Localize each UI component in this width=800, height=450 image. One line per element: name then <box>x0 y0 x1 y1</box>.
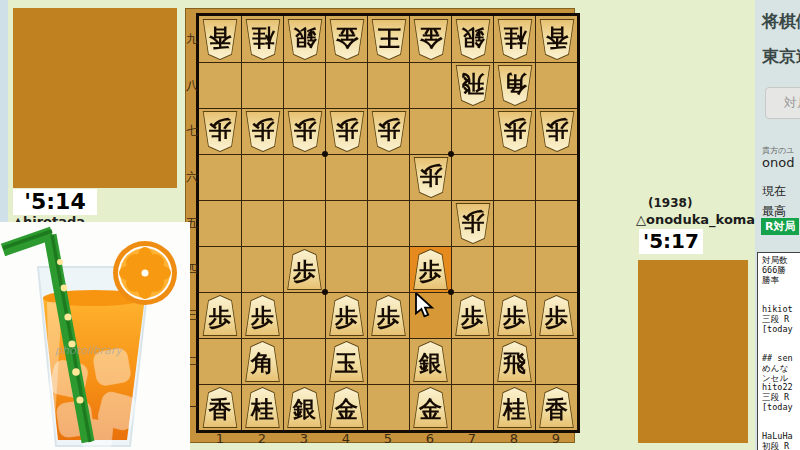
koma-玉-gote: 玉 <box>329 341 365 382</box>
square-3三[interactable] <box>283 292 325 338</box>
square-4四[interactable] <box>325 246 367 292</box>
star-point <box>448 151 454 157</box>
shogi-club-24-screen: '5:14 ▲hirotada 香桂銀金王金銀桂香飛角歩歩歩歩歩歩歩歩歩歩歩歩歩… <box>0 0 800 450</box>
koma-銀-sente: 銀 <box>455 19 491 60</box>
rated-game-badge: R対局 <box>761 218 799 235</box>
square-1七[interactable]: 歩 <box>199 108 241 154</box>
square-1一[interactable]: 香 <box>199 384 241 430</box>
orange-juice-image: photolibrary <box>0 222 190 450</box>
square-6四[interactable]: 歩 <box>409 246 451 292</box>
square-5四[interactable] <box>367 246 409 292</box>
square-5七[interactable]: 歩 <box>367 108 409 154</box>
square-7四[interactable] <box>451 246 493 292</box>
square-8六[interactable] <box>493 154 535 200</box>
koma-歩-sente: 歩 <box>371 111 407 152</box>
square-7三[interactable]: 歩 <box>451 292 493 338</box>
koma-角-sente: 角 <box>497 65 533 106</box>
square-9五[interactable] <box>535 200 577 246</box>
koma-桂-sente: 桂 <box>497 19 533 60</box>
square-7二[interactable] <box>451 338 493 384</box>
square-8七[interactable]: 歩 <box>493 108 535 154</box>
koma-歩-sente: 歩 <box>329 111 365 152</box>
square-9九[interactable]: 香 <box>535 16 577 62</box>
koma-歩-gote: 歩 <box>497 295 533 336</box>
koma-歩-sente: 歩 <box>413 157 449 198</box>
square-1二[interactable] <box>199 338 241 384</box>
square-5六[interactable] <box>367 154 409 200</box>
file-label-3: 3 <box>283 432 325 446</box>
square-5九[interactable]: 王 <box>367 16 409 62</box>
square-4九[interactable]: 金 <box>325 16 367 62</box>
file-label-1: 1 <box>199 432 241 446</box>
site-title-line2: 東京道 <box>762 45 800 68</box>
square-2一[interactable]: 桂 <box>241 384 283 430</box>
koma-飛-sente: 飛 <box>455 65 491 106</box>
square-2七[interactable]: 歩 <box>241 108 283 154</box>
gote-captured-pieces-tray <box>638 260 748 443</box>
koma-金-gote: 金 <box>413 387 449 428</box>
square-2四[interactable] <box>241 246 283 292</box>
square-6五[interactable] <box>409 200 451 246</box>
square-4三[interactable]: 歩 <box>325 292 367 338</box>
watermark: photolibrary <box>55 344 124 357</box>
koma-金-gote: 金 <box>329 387 365 428</box>
star-point <box>322 289 328 295</box>
koma-香-sente: 香 <box>539 19 575 60</box>
square-5八[interactable] <box>367 62 409 108</box>
koma-角-gote: 角 <box>245 341 281 382</box>
square-4八[interactable] <box>325 62 367 108</box>
square-2三[interactable]: 歩 <box>241 292 283 338</box>
gote-rating: (1938) <box>648 196 692 210</box>
file-label-7: 7 <box>451 432 493 446</box>
square-9七[interactable]: 歩 <box>535 108 577 154</box>
koma-歩-gote: 歩 <box>413 249 449 290</box>
square-2八[interactable] <box>241 62 283 108</box>
koma-歩-gote: 歩 <box>287 249 323 290</box>
square-3五[interactable] <box>283 200 325 246</box>
square-1四[interactable] <box>199 246 241 292</box>
koma-桂-gote: 桂 <box>245 387 281 428</box>
koma-王-sente: 王 <box>371 19 407 60</box>
square-6八[interactable] <box>409 62 451 108</box>
sente-captured-pieces-tray <box>13 8 177 188</box>
square-6七[interactable] <box>409 108 451 154</box>
square-8五[interactable] <box>493 200 535 246</box>
square-8八[interactable]: 角 <box>493 62 535 108</box>
star-point <box>322 151 328 157</box>
koma-金-sente: 金 <box>413 19 449 60</box>
square-1九[interactable]: 香 <box>199 16 241 62</box>
koma-歩-gote: 歩 <box>539 295 575 336</box>
square-2五[interactable] <box>241 200 283 246</box>
square-7五[interactable]: 歩 <box>451 200 493 246</box>
square-3七[interactable]: 歩 <box>283 108 325 154</box>
square-8一[interactable]: 桂 <box>493 384 535 430</box>
koma-歩-gote: 歩 <box>371 295 407 336</box>
koma-歩-gote: 歩 <box>245 295 281 336</box>
rank-label-八: 八 <box>186 62 198 108</box>
koma-歩-sente: 歩 <box>455 203 491 244</box>
koma-香-gote: 香 <box>202 387 238 428</box>
square-3九[interactable]: 銀 <box>283 16 325 62</box>
koma-歩-gote: 歩 <box>202 295 238 336</box>
board-grid: 香桂銀金王金銀桂香飛角歩歩歩歩歩歩歩歩歩歩歩歩歩歩歩歩歩歩角玉銀飛香桂銀金金桂香 <box>196 13 580 433</box>
square-5一[interactable] <box>367 384 409 430</box>
koma-歩-gote: 歩 <box>329 295 365 336</box>
square-6六[interactable]: 歩 <box>409 154 451 200</box>
file-label-2: 2 <box>241 432 283 446</box>
koma-桂-sente: 桂 <box>245 19 281 60</box>
sente-clock: '5:14 <box>13 189 97 215</box>
square-7八[interactable]: 飛 <box>451 62 493 108</box>
square-7六[interactable] <box>451 154 493 200</box>
rank-label-九: 九 <box>186 16 198 62</box>
square-3四[interactable]: 歩 <box>283 246 325 292</box>
square-3二[interactable] <box>283 338 325 384</box>
square-4一[interactable]: 金 <box>325 384 367 430</box>
square-7九[interactable]: 銀 <box>451 16 493 62</box>
koma-歩-gote: 歩 <box>455 295 491 336</box>
star-point <box>448 289 454 295</box>
rank-label-六: 六 <box>186 154 198 200</box>
mouse-cursor-icon <box>414 293 436 319</box>
koma-香-gote: 香 <box>539 387 575 428</box>
file-label-9: 9 <box>535 432 577 446</box>
square-5三[interactable]: 歩 <box>367 292 409 338</box>
square-8四[interactable] <box>493 246 535 292</box>
square-3八[interactable] <box>283 62 325 108</box>
square-3一[interactable]: 銀 <box>283 384 325 430</box>
koma-飛-gote: 飛 <box>497 341 533 382</box>
square-9一[interactable]: 香 <box>535 384 577 430</box>
square-5五[interactable] <box>367 200 409 246</box>
koma-歩-sente: 歩 <box>245 111 281 152</box>
square-1六[interactable] <box>199 154 241 200</box>
square-4二[interactable]: 玉 <box>325 338 367 384</box>
gote-clock: '5:17 <box>639 229 703 254</box>
koma-金-sente: 金 <box>329 19 365 60</box>
play-button[interactable]: 対局 <box>765 87 800 119</box>
koma-香-sente: 香 <box>202 19 238 60</box>
square-9八[interactable] <box>535 62 577 108</box>
square-8三[interactable]: 歩 <box>493 292 535 338</box>
koma-銀-gote: 銀 <box>413 341 449 382</box>
square-4七[interactable]: 歩 <box>325 108 367 154</box>
file-label-6: 6 <box>409 432 451 446</box>
sente-player-name: ▲hirotada <box>13 214 178 222</box>
koma-銀-sente: 銀 <box>287 19 323 60</box>
square-1三[interactable]: 歩 <box>199 292 241 338</box>
current-rating-label: 現在 <box>762 183 786 200</box>
koma-歩-sente: 歩 <box>287 111 323 152</box>
koma-歩-sente: 歩 <box>497 111 533 152</box>
square-6九[interactable]: 金 <box>409 16 451 62</box>
square-6一[interactable]: 金 <box>409 384 451 430</box>
square-9二[interactable] <box>535 338 577 384</box>
file-label-4: 4 <box>325 432 367 446</box>
square-7七[interactable] <box>451 108 493 154</box>
square-8二[interactable]: 飛 <box>493 338 535 384</box>
lobby-chat-box[interactable]: 対局数 666勝 勝率 hikiot 三段 R [today ## sen めん… <box>757 252 800 450</box>
square-1五[interactable] <box>199 200 241 246</box>
orange-slice-icon <box>113 241 177 305</box>
koma-桂-gote: 桂 <box>497 387 533 428</box>
square-8九[interactable]: 桂 <box>493 16 535 62</box>
user-id: onod <box>762 155 794 170</box>
rank-label-七: 七 <box>186 108 198 154</box>
square-9六[interactable] <box>535 154 577 200</box>
square-7一[interactable] <box>451 384 493 430</box>
square-3六[interactable] <box>283 154 325 200</box>
site-title-line1: 将棋倶 <box>762 10 800 33</box>
square-6二[interactable]: 銀 <box>409 338 451 384</box>
koma-歩-sente: 歩 <box>202 111 238 152</box>
square-4六[interactable] <box>325 154 367 200</box>
square-5二[interactable] <box>367 338 409 384</box>
koma-銀-gote: 銀 <box>287 387 323 428</box>
square-9四[interactable] <box>535 246 577 292</box>
square-2二[interactable]: 角 <box>241 338 283 384</box>
file-label-5: 5 <box>367 432 409 446</box>
koma-歩-sente: 歩 <box>539 111 575 152</box>
square-1八[interactable] <box>199 62 241 108</box>
square-2九[interactable]: 桂 <box>241 16 283 62</box>
square-4五[interactable] <box>325 200 367 246</box>
shogi-board: 香桂銀金王金銀桂香飛角歩歩歩歩歩歩歩歩歩歩歩歩歩歩歩歩歩歩角玉銀飛香桂銀金金桂香… <box>185 8 575 443</box>
square-2六[interactable] <box>241 154 283 200</box>
square-9三[interactable]: 歩 <box>535 292 577 338</box>
file-label-8: 8 <box>493 432 535 446</box>
